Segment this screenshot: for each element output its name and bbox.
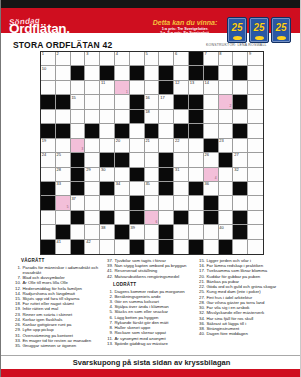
- crossword-grid[interactable]: 1234567891011112131415161721819320212223…: [40, 51, 264, 255]
- grid-cell[interactable]: 38: [100, 225, 115, 239]
- grid-cell[interactable]: [100, 52, 115, 66]
- grid-cell[interactable]: [71, 110, 86, 124]
- grid-cell[interactable]: [174, 240, 189, 254]
- clue-item-text: Gnuggar sömnen ur ögonen: [23, 343, 102, 348]
- grid-cell[interactable]: [130, 182, 145, 196]
- grid-cell[interactable]: [85, 139, 100, 153]
- grid-cell[interactable]: [71, 225, 86, 239]
- grid-cell[interactable]: 3: [85, 52, 100, 66]
- grid-cell[interactable]: [248, 95, 263, 109]
- grid-cell[interactable]: 30: [100, 168, 115, 182]
- grid-cell[interactable]: [233, 139, 248, 153]
- clue-item-text: Matvarubutikens rengöringsmedel: [115, 274, 194, 279]
- grid-cell[interactable]: 41: [56, 240, 71, 254]
- lottery-ticket: 25: [271, 17, 291, 43]
- black-cell: [115, 153, 130, 167]
- black-cell: [130, 196, 145, 210]
- ticket-logo-oval: [277, 36, 286, 40]
- black-cell: [100, 182, 115, 196]
- grid-cell[interactable]: [204, 124, 219, 138]
- black-cell: [130, 211, 145, 225]
- grid-cell[interactable]: [248, 139, 263, 153]
- grid-cell[interactable]: [248, 240, 263, 254]
- ticket-number: 25: [272, 22, 290, 33]
- black-cell: [100, 153, 115, 167]
- clue-number: 31: [175, 168, 179, 172]
- grid-cell[interactable]: [219, 182, 234, 196]
- grid-cell[interactable]: 12: [174, 81, 189, 95]
- grid-cell[interactable]: 20: [115, 139, 130, 153]
- grid-cell[interactable]: 25: [56, 153, 71, 167]
- grid-cell[interactable]: [115, 240, 130, 254]
- clue-number: 20: [116, 139, 120, 143]
- grid-cell[interactable]: [85, 153, 100, 167]
- clue-number: 28: [57, 168, 61, 172]
- grid-cell[interactable]: [159, 139, 174, 153]
- grid-cell[interactable]: 14: [204, 81, 219, 95]
- clue-number: 18: [145, 110, 149, 114]
- clue-number: 37: [71, 197, 75, 201]
- grid-cell[interactable]: [174, 153, 189, 167]
- clue-number: 2: [57, 52, 59, 56]
- clue-number: 19: [42, 139, 46, 143]
- grid-cell[interactable]: [233, 240, 248, 254]
- grid-cell[interactable]: 34: [115, 182, 130, 196]
- black-cell: [41, 124, 56, 138]
- grid-cell[interactable]: [159, 110, 174, 124]
- grid-cell[interactable]: [248, 110, 263, 124]
- black-cell: [233, 95, 248, 109]
- grid-cell[interactable]: 15: [71, 95, 86, 109]
- grid-cell[interactable]: [248, 196, 263, 210]
- footer-rule: [1, 355, 301, 356]
- black-cell: [189, 110, 204, 124]
- grid-cell[interactable]: [115, 168, 130, 182]
- clue-number: 35: [145, 182, 149, 186]
- black-cell: [174, 124, 189, 138]
- pink-solution-cell[interactable]: 3: [71, 139, 86, 153]
- grid-cell[interactable]: [41, 168, 56, 182]
- grid-cell[interactable]: 29: [85, 168, 100, 182]
- clue-number: 33: [57, 182, 61, 186]
- grid-cell[interactable]: 42: [85, 240, 100, 254]
- clue-number: 13: [190, 81, 194, 85]
- clue-number: 38: [101, 226, 105, 230]
- grid-cell[interactable]: [159, 196, 174, 210]
- grid-cell[interactable]: [219, 196, 234, 210]
- grid-cell[interactable]: 16: [145, 95, 160, 109]
- pink-solution-cell[interactable]: 1: [115, 81, 130, 95]
- clue-number: 29: [86, 168, 90, 172]
- black-cell: [41, 182, 56, 196]
- black-cell: [204, 139, 219, 153]
- grid-cell[interactable]: 2: [56, 52, 71, 66]
- grid-cell[interactable]: [130, 124, 145, 138]
- grid-cell[interactable]: 17: [159, 95, 174, 109]
- grid-cell[interactable]: [233, 196, 248, 210]
- prize-title: Detta kan du vinna:: [143, 19, 227, 27]
- grid-cell[interactable]: [100, 196, 115, 210]
- clue-number: 34: [116, 182, 120, 186]
- solution-letter-index: 5: [67, 206, 69, 209]
- grid-cell[interactable]: [204, 110, 219, 124]
- grid-cell[interactable]: [56, 81, 71, 95]
- grid-cell[interactable]: [204, 225, 219, 239]
- solution-letter-index: 4: [215, 177, 217, 180]
- clue-item: 1.Paradis för människor i adamsdräkt och…: [13, 265, 101, 275]
- grid-cell[interactable]: 32: [233, 168, 248, 182]
- grid-cell[interactable]: [174, 66, 189, 80]
- black-cell: [71, 153, 86, 167]
- clue-item-text: Paradis för människor i adamsdräkt och e…: [23, 265, 102, 275]
- grid-cell[interactable]: [115, 211, 130, 225]
- grid-cell[interactable]: [41, 81, 56, 95]
- grid-cell[interactable]: [189, 196, 204, 210]
- pink-solution-cell[interactable]: 2: [219, 95, 234, 109]
- black-cell: [145, 124, 160, 138]
- ticket-logo-oval: [255, 36, 264, 40]
- black-cell: [56, 95, 71, 109]
- grid-cell[interactable]: [145, 225, 160, 239]
- clue-item-number: 1.: [13, 265, 23, 275]
- lottery-ticket: 25: [227, 17, 247, 43]
- black-cell: [71, 211, 86, 225]
- black-cell: [219, 153, 234, 167]
- clue-list-header: LODRÄTT: [113, 282, 193, 288]
- prize-info: Detta kan du vinna: 1:a pris: Tre Sverig…: [143, 19, 227, 36]
- grid-cell[interactable]: [85, 196, 100, 210]
- clue-number: 16: [145, 96, 149, 100]
- grid-cell[interactable]: [174, 196, 189, 210]
- grid-cell[interactable]: [85, 110, 100, 124]
- clue-number: 10: [42, 67, 46, 71]
- grid-cell[interactable]: 4: [115, 52, 130, 66]
- solution-letter-index: 3: [82, 148, 84, 151]
- grid-cell[interactable]: 24: [41, 153, 56, 167]
- clue-item-number: 35.: [13, 343, 23, 348]
- black-cell: [159, 168, 174, 182]
- grid-cell[interactable]: [189, 211, 204, 225]
- clue-item: 35.Gnuggar sömnen ur ögonen: [13, 343, 101, 348]
- black-cell: [159, 81, 174, 95]
- grid-cell[interactable]: [145, 153, 160, 167]
- grid-cell[interactable]: 27: [233, 153, 248, 167]
- clue-item-text: Dagen före middagen: [207, 331, 292, 336]
- clue-number: 6: [175, 52, 177, 56]
- grid-cell[interactable]: [71, 81, 86, 95]
- black-cell: [41, 95, 56, 109]
- grid-cell[interactable]: [100, 95, 115, 109]
- clue-number: 39: [131, 226, 135, 230]
- black-cell: [71, 66, 86, 80]
- grid-cell[interactable]: [41, 211, 56, 225]
- grid-cell[interactable]: 18: [145, 110, 160, 124]
- black-cell: [130, 110, 145, 124]
- grid-cell[interactable]: [85, 225, 100, 239]
- grid-cell[interactable]: [145, 196, 160, 210]
- clue-list-header: VÅGRÄTT: [21, 258, 101, 264]
- grid-cell[interactable]: 11: [100, 81, 115, 95]
- clue-number: 27: [234, 153, 238, 157]
- black-cell: [115, 124, 130, 138]
- clue-number: 42: [86, 240, 90, 244]
- grid-cell[interactable]: [130, 153, 145, 167]
- constructor-byline: KONSTRUKTÖR: LENA ROSWALL: [206, 43, 267, 47]
- grid-cell[interactable]: 6: [174, 52, 189, 66]
- grid-cell[interactable]: [145, 168, 160, 182]
- clue-number: 3: [86, 52, 88, 56]
- black-cell: [115, 225, 130, 239]
- grid-cell[interactable]: [130, 81, 145, 95]
- black-cell: [159, 153, 174, 167]
- grid-cell[interactable]: 40: [219, 225, 234, 239]
- grid-cell[interactable]: [85, 81, 100, 95]
- grid-cell[interactable]: [219, 168, 234, 182]
- grid-cell[interactable]: [204, 240, 219, 254]
- black-cell: [130, 95, 145, 109]
- grid-cell[interactable]: [145, 66, 160, 80]
- clue-item-number: 40.: [197, 331, 207, 336]
- black-cell: [130, 168, 145, 182]
- black-cell: [204, 66, 219, 80]
- grid-cell[interactable]: [115, 66, 130, 80]
- grid-cell[interactable]: [85, 211, 100, 225]
- clue-number: 5: [145, 52, 147, 56]
- black-cell: [174, 211, 189, 225]
- black-cell: [233, 182, 248, 196]
- grid-cell[interactable]: [41, 225, 56, 239]
- black-cell: [159, 66, 174, 80]
- grid-cell[interactable]: [100, 124, 115, 138]
- solution-letter-index: 2: [230, 105, 232, 108]
- grid-cell[interactable]: [85, 95, 100, 109]
- black-cell: [71, 168, 86, 182]
- clue-number: 40: [219, 226, 223, 230]
- grid-cell[interactable]: [248, 81, 263, 95]
- clue-number: 8: [219, 52, 221, 56]
- grid-cell[interactable]: [233, 81, 248, 95]
- black-cell: [189, 52, 204, 66]
- grid-cell[interactable]: 5: [145, 52, 160, 66]
- grid-cell[interactable]: [233, 110, 248, 124]
- black-cell: [233, 124, 248, 138]
- clue-number: 21: [145, 139, 149, 143]
- grid-cell[interactable]: [159, 52, 174, 66]
- clue-number: 41: [57, 240, 61, 244]
- grid-cell[interactable]: [189, 153, 204, 167]
- clue-number: 15: [71, 96, 75, 100]
- grid-cell[interactable]: [248, 182, 263, 196]
- black-cell: [41, 240, 56, 254]
- pink-solution-cell[interactable]: 6: [145, 211, 160, 225]
- grid-cell[interactable]: [219, 110, 234, 124]
- footer-red-bar: [1, 369, 301, 377]
- clue-number: 17: [160, 96, 164, 100]
- grid-cell[interactable]: 22: [174, 139, 189, 153]
- grid-cell[interactable]: [85, 182, 100, 196]
- clue-column-down: 15.Ligger jorden och vilar i16.Får lämna…: [197, 258, 291, 337]
- grid-cell[interactable]: [174, 110, 189, 124]
- grid-cell[interactable]: [56, 110, 71, 124]
- ticket-number: 25: [228, 22, 246, 33]
- grid-cell[interactable]: [174, 225, 189, 239]
- black-cell: [233, 66, 248, 80]
- grid-cell[interactable]: [219, 81, 234, 95]
- grid-cell[interactable]: [219, 66, 234, 80]
- black-cell: [71, 240, 86, 254]
- black-cell: [159, 225, 174, 239]
- grid-cell[interactable]: 28: [56, 168, 71, 182]
- grid-cell[interactable]: 9: [248, 52, 263, 66]
- footer-text: Svarskupong på sista sidan av kryssbilag…: [1, 358, 301, 367]
- black-cell: [204, 211, 219, 225]
- clue-item: 42.Matvarubutikens rengöringsmedel: [105, 274, 193, 279]
- black-cell: [219, 240, 234, 254]
- grid-cell[interactable]: 31: [174, 168, 189, 182]
- grid-cell[interactable]: [130, 52, 145, 66]
- grid-cell[interactable]: 7: [204, 52, 219, 66]
- black-cell: [233, 225, 248, 239]
- clue-number: 24: [42, 153, 46, 157]
- grid-cell[interactable]: [248, 124, 263, 138]
- black-cell: [189, 182, 204, 196]
- grid-cell[interactable]: [219, 211, 234, 225]
- clue-number: 22: [175, 139, 179, 143]
- clue-item-number: 42.: [105, 274, 115, 279]
- grid-cell[interactable]: [71, 124, 86, 138]
- grid-cell[interactable]: [71, 52, 86, 66]
- pink-solution-cell[interactable]: 5: [56, 196, 71, 210]
- lottery-tickets: 25 25 25: [227, 17, 291, 43]
- black-cell: [41, 196, 56, 210]
- grid-cell[interactable]: 37: [71, 196, 86, 210]
- clue-number: 14: [205, 81, 209, 85]
- clue-number: 36: [205, 182, 209, 186]
- clue-number: 7: [205, 52, 207, 56]
- clue-column-across: VÅGRÄTT1.Paradis för människor i adamsdr…: [13, 258, 101, 348]
- black-cell: [71, 182, 86, 196]
- black-cell: [130, 66, 145, 80]
- black-cell: [189, 66, 204, 80]
- black-cell: [100, 211, 115, 225]
- black-cell: [159, 182, 174, 196]
- grid-cell[interactable]: [189, 139, 204, 153]
- grid-cell[interactable]: [204, 95, 219, 109]
- grid-cell[interactable]: [189, 225, 204, 239]
- clue-item: 40.Dagen före middagen: [197, 331, 291, 336]
- grid-cell[interactable]: [248, 66, 263, 80]
- ticket-number: 25: [250, 22, 268, 33]
- clue-item: 13.Spörde gäddrag av mästare: [105, 341, 193, 346]
- grid-cell[interactable]: [130, 139, 145, 153]
- grid-cell[interactable]: [219, 124, 234, 138]
- grid-cell[interactable]: [145, 240, 160, 254]
- grid-cell[interactable]: 10: [41, 66, 56, 80]
- black-cell: [85, 124, 100, 138]
- grid-cell[interactable]: 8: [219, 52, 234, 66]
- black-cell: [130, 240, 145, 254]
- clue-column-mixed: 37.Tjuvbilar som tagits i förvar39.Nån s…: [105, 258, 193, 346]
- clue-number: 30: [101, 168, 105, 172]
- solution-letter-index: 6: [156, 221, 158, 224]
- lottery-ticket: 25: [249, 17, 269, 43]
- grid-cell[interactable]: [41, 110, 56, 124]
- black-cell: [189, 124, 204, 138]
- grid-cell[interactable]: [189, 168, 204, 182]
- grid-cell[interactable]: [248, 211, 263, 225]
- grid-cell[interactable]: 39: [130, 225, 145, 239]
- black-cell: [233, 211, 248, 225]
- grid-cell[interactable]: [248, 153, 263, 167]
- grid-cell[interactable]: 13: [189, 81, 204, 95]
- header-red-band: Söndag Ordflätan. Detta kan du vinna: 1:…: [1, 8, 301, 33]
- grid-cell[interactable]: [159, 124, 174, 138]
- black-cell: [189, 240, 204, 254]
- grid-cell[interactable]: [115, 196, 130, 210]
- grid-cell[interactable]: [100, 110, 115, 124]
- puzzle-title: STORA ORDFLÄTAN 42: [13, 40, 112, 50]
- grid-cell[interactable]: [85, 66, 100, 80]
- grid-cell[interactable]: [145, 81, 160, 95]
- clue-number: 26: [205, 153, 209, 157]
- ticket-logo-oval: [233, 36, 242, 40]
- clue-number: 11: [101, 81, 105, 85]
- grid-cell[interactable]: [159, 211, 174, 225]
- grid-cell[interactable]: 35: [145, 182, 160, 196]
- clue-item-text: Spörde gäddrag av mästare: [115, 341, 194, 346]
- clue-number: 12: [175, 81, 179, 85]
- grid-cell[interactable]: [115, 110, 130, 124]
- clue-number: 9: [249, 52, 251, 56]
- black-cell: [100, 66, 115, 80]
- clue-number: 1: [42, 52, 44, 56]
- black-cell: [204, 196, 219, 210]
- grid-cell[interactable]: [56, 211, 71, 225]
- top-black-bar: [1, 0, 301, 8]
- clue-number: 25: [57, 153, 61, 157]
- grid-cell[interactable]: 19: [41, 139, 56, 153]
- black-cell: [159, 240, 174, 254]
- clue-number: 23: [219, 139, 223, 143]
- grid-cell[interactable]: 1: [41, 52, 56, 66]
- grid-cell[interactable]: 33: [56, 182, 71, 196]
- prize-line-2: 2:a–5:e pris: En Sverigelott.: [143, 31, 227, 35]
- pink-solution-cell[interactable]: 4: [204, 168, 219, 182]
- grid-cell[interactable]: 36: [204, 182, 219, 196]
- clue-item-number: 13.: [105, 341, 115, 346]
- grid-cell[interactable]: [115, 95, 130, 109]
- grid-cell[interactable]: [248, 168, 263, 182]
- grid-cell[interactable]: 26: [204, 153, 219, 167]
- newspaper-logo: Söndag Ordflätan.: [9, 17, 70, 36]
- grid-cell[interactable]: [56, 139, 71, 153]
- grid-cell[interactable]: 23: [219, 139, 234, 153]
- grid-cell[interactable]: 21: [145, 139, 160, 153]
- clue-number: 32: [234, 168, 238, 172]
- black-cell: [56, 225, 71, 239]
- solution-letter-index: 1: [126, 91, 128, 94]
- grid-cell[interactable]: [248, 225, 263, 239]
- grid-cell[interactable]: [56, 66, 71, 80]
- grid-cell[interactable]: [100, 139, 115, 153]
- black-cell: [56, 124, 71, 138]
- grid-cell[interactable]: [174, 182, 189, 196]
- black-cell: [189, 95, 204, 109]
- clue-number: 4: [116, 52, 118, 56]
- grid-cell[interactable]: [100, 240, 115, 254]
- grid-cell[interactable]: [233, 52, 248, 66]
- black-cell: [174, 95, 189, 109]
